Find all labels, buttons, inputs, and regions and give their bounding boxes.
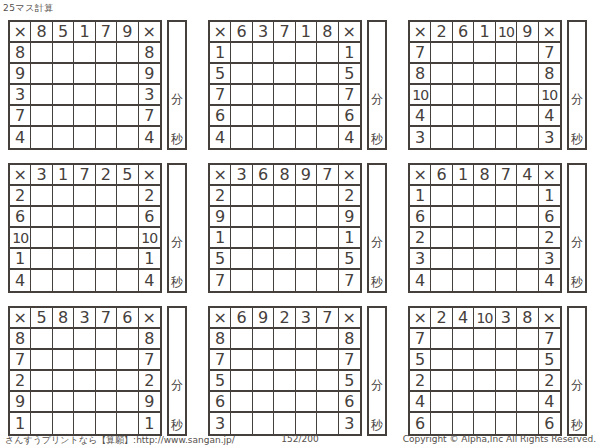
answer-cell: [117, 371, 138, 392]
multiplicand-cell: 6: [231, 22, 252, 43]
multiplier-cell: 5: [410, 350, 431, 371]
answer-cell: [431, 127, 452, 148]
answer-cell: [117, 64, 138, 85]
multiplicand-cell: 1: [53, 165, 74, 186]
answer-cell: [296, 106, 317, 127]
multiplicand-cell: 7: [317, 165, 338, 186]
answer-cell: [496, 228, 517, 249]
timer-box-2: 分秒: [367, 20, 387, 150]
multiplicand-cell: 5: [31, 308, 52, 329]
multiplier-cell: 9: [139, 392, 160, 413]
multiplier-cell: 5: [210, 64, 231, 85]
answer-cell: [517, 85, 538, 106]
answer-cell: [53, 106, 74, 127]
answer-cell: [231, 64, 252, 85]
multiplier-cell: 7: [339, 350, 360, 371]
multiplication-grid-7: ×58376×8877229911: [8, 306, 162, 436]
multiplier-cell: 2: [210, 186, 231, 207]
answer-cell: [53, 85, 74, 106]
seconds-label: 秒: [171, 419, 183, 431]
answer-cell: [274, 371, 295, 392]
seconds-label: 秒: [571, 419, 583, 431]
operator-cell: ×: [210, 308, 231, 329]
minutes-label: 分: [371, 236, 383, 248]
answer-cell: [253, 270, 274, 291]
answer-cell: [274, 43, 295, 64]
multiplicand-cell: 7: [96, 22, 117, 43]
multiplier-cell: 7: [210, 270, 231, 291]
multiplier-cell: 9: [139, 64, 160, 85]
answer-cell: [96, 64, 117, 85]
answer-cell: [496, 43, 517, 64]
answer-cell: [431, 228, 452, 249]
answer-cell: [74, 106, 95, 127]
answer-cell: [53, 371, 74, 392]
timer-box-9: 分秒: [567, 306, 587, 436]
answer-cell: [317, 249, 338, 270]
multiplier-cell: 10: [10, 228, 31, 249]
minutes-label: 分: [371, 379, 383, 391]
multiplicand-cell: 7: [96, 308, 117, 329]
operator-cell: ×: [10, 308, 31, 329]
multiplier-cell: 8: [139, 43, 160, 64]
answer-cell: [317, 127, 338, 148]
answer-cell: [431, 329, 452, 350]
multiplicand-cell: 7: [274, 22, 295, 43]
answer-cell: [53, 413, 74, 434]
multiplicand-cell: 9: [296, 165, 317, 186]
answer-cell: [117, 127, 138, 148]
operator-cell: ×: [339, 308, 360, 329]
answer-cell: [474, 43, 495, 64]
answer-cell: [474, 127, 495, 148]
answer-cell: [317, 270, 338, 291]
answer-cell: [274, 270, 295, 291]
multiplicand-cell: 6: [431, 165, 452, 186]
answer-cell: [31, 392, 52, 413]
operator-cell: ×: [210, 165, 231, 186]
multiplier-cell: 3: [10, 85, 31, 106]
answer-cell: [96, 329, 117, 350]
multiplicand-cell: 8: [53, 308, 74, 329]
answer-cell: [117, 43, 138, 64]
drill-grid-unit-7: ×58376×8877229911分秒: [8, 306, 208, 436]
answer-cell: [474, 85, 495, 106]
multiplier-cell: 2: [539, 228, 560, 249]
multiplier-cell: 6: [539, 413, 560, 434]
operator-cell: ×: [410, 308, 431, 329]
operator-cell: ×: [410, 165, 431, 186]
multiplicand-cell: 3: [496, 308, 517, 329]
multiplier-cell: 6: [410, 413, 431, 434]
multiplier-cell: 2: [139, 371, 160, 392]
answer-cell: [253, 207, 274, 228]
answer-cell: [117, 249, 138, 270]
minutes-label: 分: [571, 93, 583, 105]
operator-cell: ×: [210, 22, 231, 43]
answer-cell: [517, 43, 538, 64]
multiplier-cell: 8: [139, 329, 160, 350]
multiplicand-cell: 3: [31, 165, 52, 186]
answer-cell: [53, 249, 74, 270]
answer-cell: [231, 413, 252, 434]
footer: さんすうプリントなら【算願】:http://www.sangan.jp/ 152…: [0, 434, 600, 446]
answer-cell: [496, 329, 517, 350]
operator-cell: ×: [410, 22, 431, 43]
timer-box-3: 分秒: [567, 20, 587, 150]
multiplicand-cell: 3: [74, 308, 95, 329]
answer-cell: [74, 413, 95, 434]
multiplier-cell: 8: [539, 64, 560, 85]
answer-cell: [96, 43, 117, 64]
answer-cell: [117, 106, 138, 127]
answer-cell: [53, 329, 74, 350]
multiplier-cell: 7: [139, 106, 160, 127]
answer-cell: [317, 228, 338, 249]
multiplicand-cell: 6: [231, 308, 252, 329]
answer-cell: [274, 350, 295, 371]
answer-cell: [453, 85, 474, 106]
answer-cell: [274, 329, 295, 350]
answer-cell: [296, 371, 317, 392]
multiplier-cell: 3: [339, 413, 360, 434]
answer-cell: [517, 64, 538, 85]
answer-cell: [453, 413, 474, 434]
answer-cell: [496, 106, 517, 127]
multiplicand-cell: 3: [296, 308, 317, 329]
footer-copyright: Copyright © Alpha,Inc All Rights Reserve…: [403, 434, 596, 444]
answer-cell: [117, 392, 138, 413]
answer-cell: [253, 64, 274, 85]
answer-cell: [517, 371, 538, 392]
multiplication-grid-3: ×261109×778810104433: [408, 20, 562, 150]
multiplicand-cell: 3: [231, 165, 252, 186]
answer-cell: [96, 371, 117, 392]
multiplication-grid-4: ×31725×226610101144: [8, 163, 162, 293]
multiplication-grid-1: ×85179×8899337744: [8, 20, 162, 150]
multiplier-cell: 6: [210, 106, 231, 127]
multiplier-cell: 4: [10, 127, 31, 148]
answer-cell: [231, 127, 252, 148]
answer-cell: [296, 350, 317, 371]
answer-cell: [31, 43, 52, 64]
answer-cell: [31, 106, 52, 127]
multiplication-grid-5: ×36897×2299115577: [208, 163, 362, 293]
multiplier-cell: 5: [210, 249, 231, 270]
multiplier-cell: 4: [339, 127, 360, 148]
answer-cell: [274, 186, 295, 207]
answer-cell: [231, 350, 252, 371]
answer-cell: [496, 207, 517, 228]
multiplicand-cell: 7: [317, 308, 338, 329]
operator-cell: ×: [539, 308, 560, 329]
multiplicand-cell: 8: [317, 22, 338, 43]
multiplier-cell: 7: [139, 350, 160, 371]
answer-cell: [517, 106, 538, 127]
answer-cell: [96, 413, 117, 434]
answer-cell: [317, 85, 338, 106]
multiplication-grid-2: ×63718×1155776644: [208, 20, 362, 150]
answer-cell: [317, 207, 338, 228]
timer-box-5: 分秒: [367, 163, 387, 293]
answer-cell: [231, 43, 252, 64]
multiplier-cell: 4: [539, 106, 560, 127]
answer-cell: [296, 329, 317, 350]
multiplier-cell: 6: [410, 207, 431, 228]
multiplier-cell: 8: [210, 329, 231, 350]
multiplicand-cell: 6: [453, 22, 474, 43]
operator-cell: ×: [539, 165, 560, 186]
answer-cell: [296, 127, 317, 148]
seconds-label: 秒: [571, 276, 583, 288]
answer-cell: [117, 207, 138, 228]
answer-cell: [31, 371, 52, 392]
multiplier-cell: 1: [10, 413, 31, 434]
answer-cell: [496, 371, 517, 392]
answer-cell: [96, 207, 117, 228]
timer-box-4: 分秒: [167, 163, 187, 293]
operator-cell: ×: [10, 165, 31, 186]
answer-cell: [74, 249, 95, 270]
answer-cell: [96, 350, 117, 371]
multiplication-grid-6: ×61874×1166223344: [408, 163, 562, 293]
answer-cell: [231, 249, 252, 270]
multiplier-cell: 6: [210, 392, 231, 413]
multiplicand-cell: 8: [274, 165, 295, 186]
answer-cell: [474, 186, 495, 207]
answer-cell: [74, 350, 95, 371]
answer-cell: [317, 350, 338, 371]
answer-cell: [31, 350, 52, 371]
multiplier-cell: 2: [410, 371, 431, 392]
multiplier-cell: 1: [539, 186, 560, 207]
answer-cell: [53, 127, 74, 148]
answer-cell: [517, 207, 538, 228]
answer-cell: [53, 43, 74, 64]
answer-cell: [253, 392, 274, 413]
answer-cell: [496, 392, 517, 413]
multiplier-cell: 4: [539, 270, 560, 291]
answer-cell: [496, 413, 517, 434]
answer-cell: [474, 392, 495, 413]
answer-cell: [474, 106, 495, 127]
answer-cell: [96, 85, 117, 106]
multiplication-grid-8: ×69237×8877556633: [208, 306, 362, 436]
answer-cell: [253, 413, 274, 434]
answer-cell: [474, 64, 495, 85]
seconds-label: 秒: [371, 419, 383, 431]
minutes-label: 分: [571, 236, 583, 248]
answer-cell: [274, 64, 295, 85]
answer-cell: [517, 270, 538, 291]
answer-cell: [53, 228, 74, 249]
answer-cell: [74, 270, 95, 291]
answer-cell: [96, 228, 117, 249]
seconds-label: 秒: [571, 133, 583, 145]
multiplier-cell: 6: [339, 106, 360, 127]
multiplier-cell: 4: [410, 270, 431, 291]
multiplier-cell: 5: [339, 371, 360, 392]
answer-cell: [31, 270, 52, 291]
answer-cell: [53, 186, 74, 207]
multiplicand-cell: 3: [253, 22, 274, 43]
minutes-label: 分: [571, 379, 583, 391]
operator-cell: ×: [139, 308, 160, 329]
answer-cell: [253, 228, 274, 249]
seconds-label: 秒: [171, 133, 183, 145]
answer-cell: [117, 186, 138, 207]
multiplier-cell: 4: [139, 270, 160, 291]
multiplier-cell: 7: [10, 350, 31, 371]
answer-cell: [31, 249, 52, 270]
answer-cell: [53, 270, 74, 291]
multiplier-cell: 5: [339, 64, 360, 85]
answer-cell: [117, 350, 138, 371]
answer-cell: [231, 270, 252, 291]
multiplier-cell: 4: [10, 270, 31, 291]
answer-cell: [453, 392, 474, 413]
multiplier-cell: 7: [410, 329, 431, 350]
answer-cell: [474, 350, 495, 371]
answer-cell: [253, 106, 274, 127]
multiplier-cell: 2: [539, 371, 560, 392]
answer-cell: [453, 186, 474, 207]
answer-cell: [453, 350, 474, 371]
answer-cell: [231, 106, 252, 127]
answer-cell: [453, 43, 474, 64]
seconds-label: 秒: [171, 276, 183, 288]
answer-cell: [231, 186, 252, 207]
answer-cell: [431, 207, 452, 228]
footer-site-link: さんすうプリントなら【算願】:http://www.sangan.jp/: [5, 434, 235, 446]
multiplier-cell: 1: [410, 186, 431, 207]
answer-cell: [474, 371, 495, 392]
page-title: 25マス計算: [3, 2, 54, 15]
multiplier-cell: 2: [139, 186, 160, 207]
timer-box-7: 分秒: [167, 306, 187, 436]
multiplier-cell: 3: [139, 85, 160, 106]
answer-cell: [231, 85, 252, 106]
answer-cell: [496, 85, 517, 106]
multiplicand-cell: 1: [453, 165, 474, 186]
multiplier-cell: 9: [210, 207, 231, 228]
answer-cell: [53, 64, 74, 85]
answer-cell: [31, 85, 52, 106]
answer-cell: [431, 350, 452, 371]
answer-cell: [274, 392, 295, 413]
multiplier-cell: 5: [539, 350, 560, 371]
answer-cell: [496, 249, 517, 270]
drill-grid-unit-4: ×31725×226610101144分秒: [8, 163, 208, 293]
answer-cell: [453, 127, 474, 148]
answer-cell: [253, 350, 274, 371]
multiplicand-cell: 6: [253, 165, 274, 186]
answer-cell: [431, 371, 452, 392]
answer-cell: [431, 186, 452, 207]
answer-cell: [496, 64, 517, 85]
drill-grid-unit-5: ×36897×2299115577分秒: [208, 163, 408, 293]
multiplication-grid-9: ×241038×7755224466: [408, 306, 562, 436]
multiplier-cell: 4: [539, 392, 560, 413]
answer-cell: [431, 413, 452, 434]
answer-cell: [453, 64, 474, 85]
answer-cell: [117, 228, 138, 249]
answer-cell: [74, 64, 95, 85]
answer-cell: [74, 329, 95, 350]
answer-cell: [431, 85, 452, 106]
multiplier-cell: 4: [410, 392, 431, 413]
multiplicand-cell: 9: [253, 308, 274, 329]
answer-cell: [96, 392, 117, 413]
answer-cell: [474, 413, 495, 434]
answer-cell: [317, 413, 338, 434]
operator-cell: ×: [10, 22, 31, 43]
drill-grid-unit-3: ×261109×778810104433分秒: [408, 20, 600, 150]
answer-cell: [453, 270, 474, 291]
multiplicand-cell: 1: [74, 22, 95, 43]
drill-grid-unit-2: ×63718×1155776644分秒: [208, 20, 408, 150]
multiplier-cell: 1: [339, 43, 360, 64]
multiplier-cell: 8: [10, 329, 31, 350]
multiplier-cell: 8: [10, 43, 31, 64]
answer-cell: [74, 228, 95, 249]
answer-cell: [431, 270, 452, 291]
multiplier-cell: 7: [339, 270, 360, 291]
answer-cell: [31, 413, 52, 434]
answer-cell: [317, 64, 338, 85]
answer-cell: [253, 186, 274, 207]
multiplier-cell: 7: [539, 329, 560, 350]
answer-cell: [96, 186, 117, 207]
answer-cell: [74, 186, 95, 207]
timer-box-1: 分秒: [167, 20, 187, 150]
answer-cell: [31, 186, 52, 207]
multiplier-cell: 2: [410, 228, 431, 249]
multiplier-cell: 7: [339, 85, 360, 106]
answer-cell: [431, 64, 452, 85]
answer-cell: [274, 127, 295, 148]
answer-cell: [517, 228, 538, 249]
multiplicand-cell: 5: [53, 22, 74, 43]
multiplicand-cell: 10: [496, 22, 517, 43]
answer-cell: [453, 329, 474, 350]
multiplicand-cell: 5: [117, 165, 138, 186]
answer-cell: [96, 127, 117, 148]
multiplier-cell: 3: [539, 249, 560, 270]
answer-cell: [296, 270, 317, 291]
answer-cell: [117, 85, 138, 106]
answer-cell: [231, 329, 252, 350]
seconds-label: 秒: [371, 133, 383, 145]
multiplier-cell: 8: [410, 64, 431, 85]
multiplier-cell: 2: [10, 186, 31, 207]
answer-cell: [496, 350, 517, 371]
multiplier-cell: 3: [410, 249, 431, 270]
multiplier-cell: 4: [410, 106, 431, 127]
grids-container: ×85179×8899337744分秒×63718×1155776644分秒×2…: [8, 20, 600, 446]
multiplicand-cell: 1: [296, 22, 317, 43]
multiplier-cell: 3: [210, 413, 231, 434]
multiplier-cell: 1: [210, 43, 231, 64]
multiplicand-cell: 4: [517, 165, 538, 186]
answer-cell: [296, 85, 317, 106]
multiplier-cell: 1: [139, 413, 160, 434]
multiplier-cell: 6: [539, 207, 560, 228]
answer-cell: [253, 249, 274, 270]
answer-cell: [296, 207, 317, 228]
answer-cell: [517, 413, 538, 434]
answer-cell: [453, 371, 474, 392]
